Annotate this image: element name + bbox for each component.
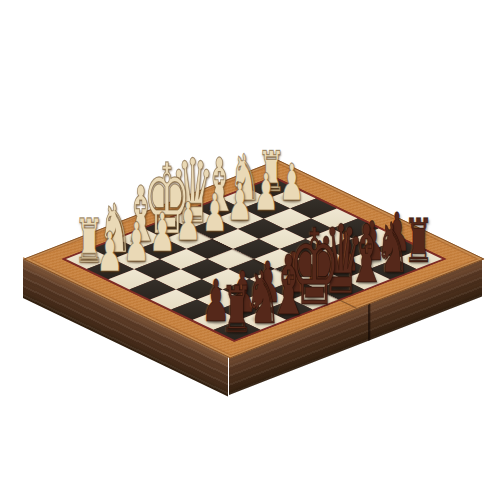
chess-set-photo: ♜♟♟♜♞♟♟♞♝♟♟♝♛♟♟♛♚♟♟♚♝♟♟♝♞♟♟♞♜♟♟♜ (0, 0, 500, 500)
piece-white-pawn[interactable]: ♟ (252, 167, 280, 218)
piece-white-pawn[interactable]: ♟ (226, 177, 255, 229)
piece-white-pawn[interactable]: ♟ (174, 196, 203, 249)
piece-white-pawn[interactable]: ♟ (122, 216, 152, 270)
piece-white-pawn[interactable]: ♟ (148, 206, 178, 260)
piece-white-pawn[interactable]: ♟ (200, 187, 229, 240)
piece-dark-rook[interactable]: ♜ (219, 278, 255, 343)
piece-white-pawn[interactable]: ♟ (278, 158, 306, 209)
fold-hinge-seam (368, 302, 370, 341)
square-h8[interactable]: ♜ (213, 320, 260, 340)
piece-white-pawn[interactable]: ♟ (95, 225, 125, 280)
